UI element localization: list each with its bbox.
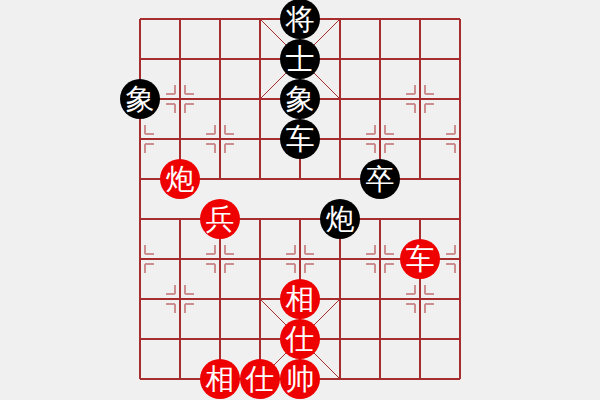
piece-red-advisor[interactable]: 仕 <box>280 319 320 359</box>
piece-black-elephant[interactable]: 象 <box>120 79 160 119</box>
piece-black-cannon[interactable]: 炮 <box>320 199 360 239</box>
piece-red-advisor[interactable]: 仕 <box>240 359 280 399</box>
piece-red-elephant[interactable]: 相 <box>280 279 320 319</box>
piece-red-cannon[interactable]: 炮 <box>160 159 200 199</box>
piece-red-soldier[interactable]: 兵 <box>200 199 240 239</box>
piece-red-elephant[interactable]: 相 <box>200 359 240 399</box>
piece-black-chariot[interactable]: 车 <box>280 119 320 159</box>
piece-black-elephant[interactable]: 象 <box>280 79 320 119</box>
xiangqi-screenshot: 将士象象车卒炮炮兵车相仕相仕帅 <box>0 0 600 400</box>
piece-red-chariot[interactable]: 车 <box>400 239 440 279</box>
piece-black-soldier[interactable]: 卒 <box>360 159 400 199</box>
piece-black-general[interactable]: 将 <box>280 0 320 39</box>
xiangqi-board[interactable]: 将士象象车卒炮炮兵车相仕相仕帅 <box>0 0 600 400</box>
piece-red-king[interactable]: 帅 <box>280 359 320 399</box>
piece-black-advisor[interactable]: 士 <box>280 39 320 79</box>
